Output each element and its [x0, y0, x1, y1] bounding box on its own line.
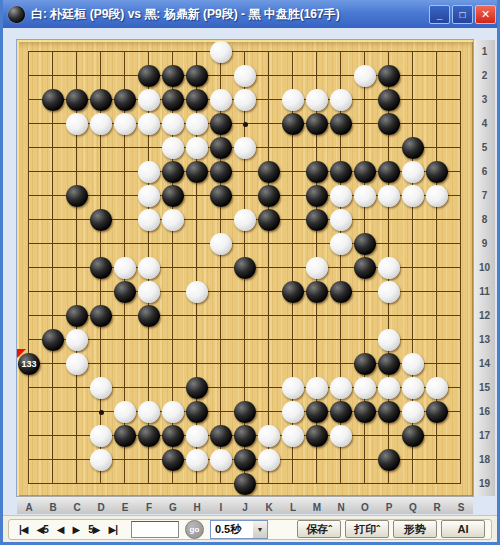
stone-black — [234, 425, 256, 447]
column-label: D — [89, 499, 113, 516]
stone-white — [354, 377, 376, 399]
column-label: S — [449, 499, 473, 516]
stone-white — [282, 89, 304, 111]
stone-black — [66, 89, 88, 111]
stone-black — [138, 425, 160, 447]
stone-black — [114, 281, 136, 303]
stone-black — [330, 401, 352, 423]
stone-black — [330, 161, 352, 183]
stone-white — [282, 401, 304, 423]
row-label: 12 — [474, 304, 495, 328]
stone-white — [114, 257, 136, 279]
stone-black — [66, 305, 88, 327]
stone-white — [66, 353, 88, 375]
stone-white — [162, 137, 184, 159]
stone-black — [306, 281, 328, 303]
stone-black — [90, 257, 112, 279]
go-button[interactable]: go — [185, 520, 204, 539]
nav-forward5-button[interactable]: 5▶ — [88, 524, 99, 535]
stone-black — [234, 449, 256, 471]
stone-black — [186, 65, 208, 87]
stone-black — [162, 425, 184, 447]
stone-white — [306, 89, 328, 111]
nav-back-button[interactable]: ◀ — [57, 524, 64, 535]
stone-black — [210, 137, 232, 159]
stone-black — [90, 305, 112, 327]
stone-black — [354, 401, 376, 423]
stone-white — [138, 185, 160, 207]
stone-black — [306, 161, 328, 183]
stone-white — [210, 233, 232, 255]
action-buttons: 保存ˆ 打印ˆ 形势 AI — [297, 520, 485, 538]
column-label: G — [161, 499, 185, 516]
stone-black — [378, 401, 400, 423]
stone-white — [426, 185, 448, 207]
stone-black — [186, 89, 208, 111]
stone-white — [138, 209, 160, 231]
column-labels: ABCDEFGHIJKLMNOPQRS — [17, 496, 473, 514]
stone-white — [138, 113, 160, 135]
stone-black — [162, 161, 184, 183]
stone-white — [162, 113, 184, 135]
stone-black — [90, 89, 112, 111]
stone-black — [234, 401, 256, 423]
stone-white — [378, 257, 400, 279]
dropdown-arrow-icon[interactable]: ▼ — [253, 521, 267, 538]
stone-white — [186, 137, 208, 159]
stone-white — [138, 281, 160, 303]
stone-black — [210, 113, 232, 135]
column-label: L — [281, 499, 305, 516]
column-label: E — [113, 499, 137, 516]
toolbar: |◀ ◀5 ◀ ▶ 5▶ ▶| go 0.5秒 ▼ 保存ˆ 打印ˆ 形势 AI — [0, 515, 500, 542]
stone-white — [186, 425, 208, 447]
stone-black — [306, 113, 328, 135]
row-label: 5 — [474, 136, 495, 160]
stone-black — [282, 113, 304, 135]
maximize-button[interactable]: □ — [452, 5, 473, 24]
save-button[interactable]: 保存ˆ — [297, 520, 341, 538]
row-label: 15 — [474, 376, 495, 400]
stone-white — [90, 425, 112, 447]
stone-white — [354, 185, 376, 207]
row-label: 7 — [474, 184, 495, 208]
stone-black — [210, 161, 232, 183]
stone-black — [402, 425, 424, 447]
row-label: 1 — [474, 40, 495, 64]
stone-black — [162, 89, 184, 111]
go-board[interactable]: 133 — [17, 40, 473, 496]
minimize-button[interactable]: _ — [429, 5, 450, 24]
stone-white — [114, 401, 136, 423]
stone-black — [330, 281, 352, 303]
stone-white — [162, 401, 184, 423]
row-label: 18 — [474, 448, 495, 472]
stone-white — [258, 449, 280, 471]
stone-white — [234, 137, 256, 159]
stone-white — [378, 281, 400, 303]
stone-black — [378, 161, 400, 183]
stone-white — [90, 377, 112, 399]
stone-black — [234, 257, 256, 279]
row-labels: 12345678910111213141516171819 — [473, 40, 495, 496]
stone-white — [138, 89, 160, 111]
nav-last-button[interactable]: ▶| — [108, 524, 117, 535]
toolbar-panel: |◀ ◀5 ◀ ▶ 5▶ ▶| go 0.5秒 ▼ 保存ˆ 打印ˆ 形势 AI — [8, 519, 492, 540]
title-bar: 白: 朴廷桓 (P9段) vs 黑: 杨鼎新 (P9段) - 黑 中盘胜(167… — [0, 0, 500, 28]
stone-white — [186, 281, 208, 303]
stone-white — [210, 89, 232, 111]
stone-white — [306, 257, 328, 279]
row-label: 9 — [474, 232, 495, 256]
stone-black — [330, 113, 352, 135]
stone-white — [402, 161, 424, 183]
stone-white — [402, 353, 424, 375]
stone-black — [90, 209, 112, 231]
stone-black — [426, 161, 448, 183]
stone-white — [402, 377, 424, 399]
stone-white — [378, 185, 400, 207]
stone-white — [210, 449, 232, 471]
print-button[interactable]: 打印ˆ — [345, 520, 389, 538]
stone-black — [306, 209, 328, 231]
stone-white — [138, 161, 160, 183]
stone-black — [186, 401, 208, 423]
stone-white — [90, 113, 112, 135]
column-label: A — [17, 499, 41, 516]
stone-white — [162, 209, 184, 231]
stone-white — [354, 65, 376, 87]
stone-black — [162, 185, 184, 207]
stone-black — [378, 353, 400, 375]
row-label: 14 — [474, 352, 495, 376]
column-label: J — [233, 499, 257, 516]
stone-white — [402, 185, 424, 207]
stone-black — [426, 401, 448, 423]
window-title: 白: 朴廷桓 (P9段) vs 黑: 杨鼎新 (P9段) - 黑 中盘胜(167… — [31, 6, 429, 23]
column-label: M — [305, 499, 329, 516]
column-label: P — [377, 499, 401, 516]
row-label: 6 — [474, 160, 495, 184]
stone-white — [306, 377, 328, 399]
nav-back5-button[interactable]: ◀5 — [37, 524, 48, 535]
row-label: 11 — [474, 280, 495, 304]
stone-black — [258, 161, 280, 183]
stone-black — [258, 209, 280, 231]
row-label: 13 — [474, 328, 495, 352]
delay-select[interactable]: 0.5秒 ▼ — [210, 520, 268, 539]
row-label: 16 — [474, 400, 495, 424]
stone-black — [378, 113, 400, 135]
column-label: H — [185, 499, 209, 516]
nav-forward-button[interactable]: ▶ — [72, 524, 79, 535]
stone-black — [354, 257, 376, 279]
stone-black — [186, 161, 208, 183]
stone-white — [186, 113, 208, 135]
stone-black: 133 — [18, 353, 40, 375]
stone-white — [330, 233, 352, 255]
column-label: I — [209, 499, 233, 516]
go-stone-app-icon — [8, 6, 25, 23]
stone-black — [354, 161, 376, 183]
star-point — [243, 122, 248, 127]
stone-white — [258, 425, 280, 447]
move-number-input[interactable] — [131, 521, 179, 538]
stone-black — [306, 425, 328, 447]
stone-white — [426, 377, 448, 399]
nav-controls: |◀ ◀5 ◀ ▶ 5▶ ▶| — [19, 524, 117, 535]
stone-white — [90, 449, 112, 471]
row-label: 4 — [474, 112, 495, 136]
stone-white — [234, 65, 256, 87]
stone-white — [138, 401, 160, 423]
close-button[interactable]: ✕ — [475, 5, 496, 24]
row-label: 17 — [474, 424, 495, 448]
stone-black — [378, 449, 400, 471]
row-label: 3 — [474, 88, 495, 112]
column-label: F — [137, 499, 161, 516]
stone-black — [402, 137, 424, 159]
stone-black — [234, 473, 256, 495]
stone-white — [234, 209, 256, 231]
stone-white — [282, 377, 304, 399]
stone-black — [378, 89, 400, 111]
stone-white — [402, 401, 424, 423]
stone-black — [162, 449, 184, 471]
stone-white — [186, 449, 208, 471]
row-label: 10 — [474, 256, 495, 280]
stone-black — [210, 185, 232, 207]
stone-black — [138, 305, 160, 327]
column-label: C — [65, 499, 89, 516]
row-label: 8 — [474, 208, 495, 232]
ai-button[interactable]: AI — [441, 520, 485, 538]
stone-white — [114, 113, 136, 135]
stone-white — [378, 329, 400, 351]
app-window: 白: 朴廷桓 (P9段) vs 黑: 杨鼎新 (P9段) - 黑 中盘胜(167… — [0, 0, 500, 545]
stone-white — [330, 209, 352, 231]
column-label: B — [41, 499, 65, 516]
stone-white — [138, 257, 160, 279]
star-point — [99, 410, 104, 415]
move-number-label: 133 — [21, 353, 36, 375]
row-label: 19 — [474, 472, 495, 496]
stone-black — [114, 89, 136, 111]
stone-black — [42, 329, 64, 351]
stone-black — [354, 353, 376, 375]
stone-black — [258, 185, 280, 207]
delay-value: 0.5秒 — [211, 522, 253, 537]
stone-white — [66, 329, 88, 351]
column-label: Q — [401, 499, 425, 516]
column-label: R — [425, 499, 449, 516]
nav-first-button[interactable]: |◀ — [19, 524, 28, 535]
stone-white — [378, 377, 400, 399]
stone-black — [114, 425, 136, 447]
stone-white — [330, 425, 352, 447]
stone-white — [282, 425, 304, 447]
stone-black — [354, 233, 376, 255]
stone-black — [210, 425, 232, 447]
column-label: O — [353, 499, 377, 516]
stone-white — [330, 89, 352, 111]
stone-white — [234, 89, 256, 111]
row-label: 2 — [474, 64, 495, 88]
stone-white — [330, 185, 352, 207]
stone-black — [138, 65, 160, 87]
stone-black — [306, 401, 328, 423]
stone-white — [210, 41, 232, 63]
stone-white — [330, 377, 352, 399]
stone-black — [378, 65, 400, 87]
stone-black — [186, 377, 208, 399]
column-label: K — [257, 499, 281, 516]
stone-black — [282, 281, 304, 303]
stone-black — [306, 185, 328, 207]
stone-black — [42, 89, 64, 111]
stone-black — [162, 65, 184, 87]
window-controls: _ □ ✕ — [429, 5, 496, 24]
stone-black — [66, 185, 88, 207]
stone-white — [66, 113, 88, 135]
column-label: N — [329, 499, 353, 516]
territory-button[interactable]: 形势 — [393, 520, 437, 538]
